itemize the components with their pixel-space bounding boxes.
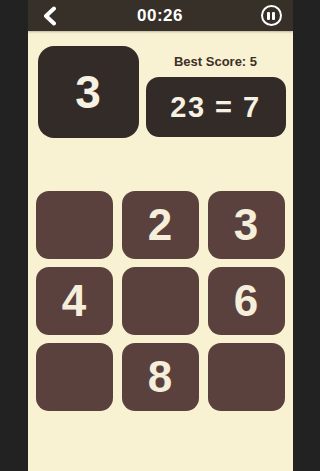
pause-button[interactable]	[261, 5, 282, 26]
best-score-label: Best Score: 5	[146, 54, 286, 69]
grid-cell-r3c3[interactable]	[208, 343, 285, 411]
equation-text: 23 = 7	[170, 91, 260, 124]
grid-cell-r2c2[interactable]	[122, 267, 199, 335]
header-bar: 00:26	[28, 0, 293, 31]
grid-cell-r2c3[interactable]: 6	[208, 267, 285, 335]
grid-cell-r1c2[interactable]: 2	[122, 191, 199, 259]
grid-cell-r3c2[interactable]: 8	[122, 343, 199, 411]
puzzle-grid: 2 3 4 6 8	[36, 191, 285, 411]
equation-panel: 23 = 7	[146, 77, 286, 137]
grid-cell-r3c1[interactable]	[36, 343, 113, 411]
game-screen: 00:26 3 Best Score: 5 23 = 7 2 3 4 6 8	[28, 0, 293, 471]
grid-cell-r2c1[interactable]: 4	[36, 267, 113, 335]
current-number-tile[interactable]: 3	[38, 46, 139, 138]
back-button[interactable]	[39, 5, 61, 27]
timer-label: 00:26	[28, 0, 293, 31]
grid-cell-r1c3[interactable]: 3	[208, 191, 285, 259]
grid-cell-r1c1[interactable]	[36, 191, 113, 259]
chevron-left-icon	[42, 6, 58, 26]
pause-icon	[267, 12, 270, 20]
current-number-value: 3	[75, 65, 101, 119]
